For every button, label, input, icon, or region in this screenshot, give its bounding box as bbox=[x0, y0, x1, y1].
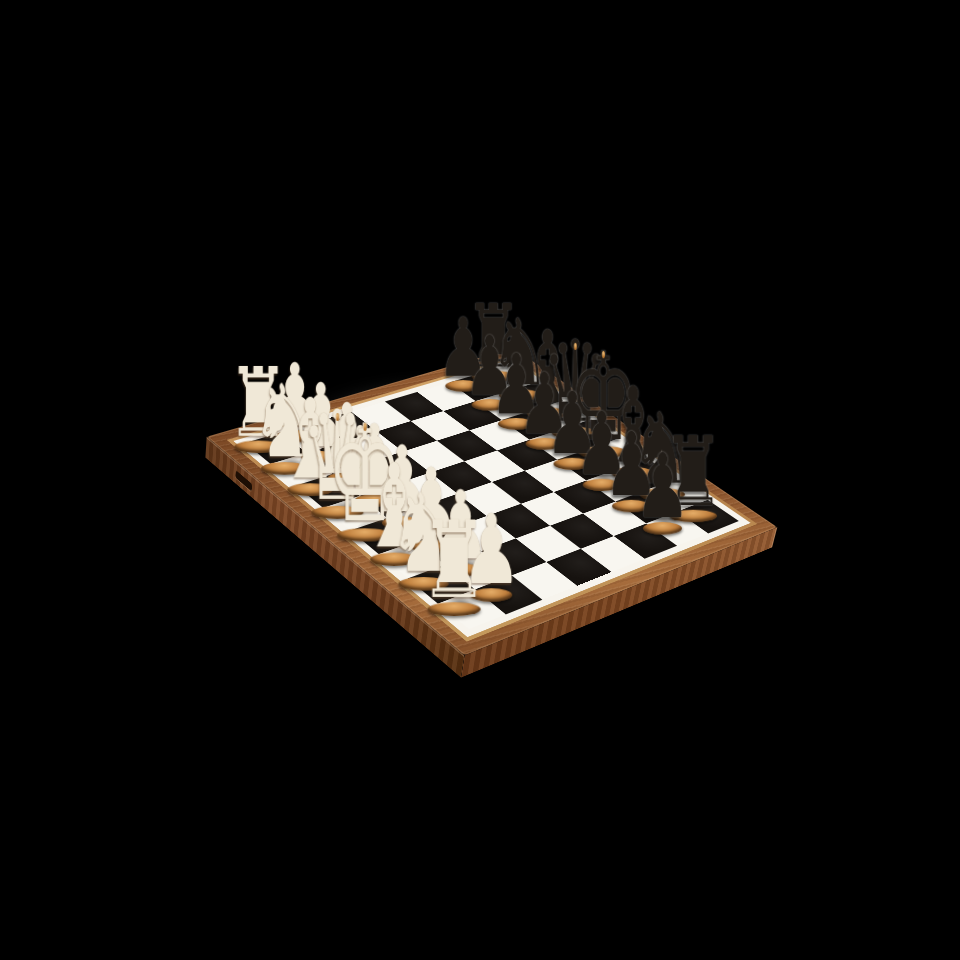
brass-base-ring bbox=[276, 430, 314, 442]
photo-stage: ♜♞♝♛♚♝♞♜♟♟♟♟♟♟♟♟♟♟♟♟♟♟♟♟♜♞♝♛♚♝♞♜ bbox=[0, 0, 960, 960]
product-photo: ♜♞♝♛♚♝♞♜♟♟♟♟♟♟♟♟♟♟♟♟♟♟♟♟♜♞♝♛♚♝♞♜ bbox=[0, 0, 960, 960]
